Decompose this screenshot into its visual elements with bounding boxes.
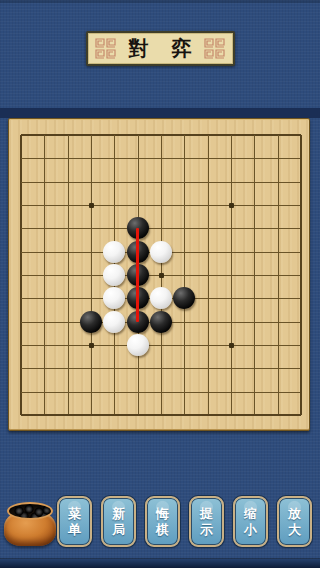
grid-line-vertical [231,135,232,415]
grid-line-horizontal [21,392,301,393]
grid-line-vertical [254,135,255,415]
star-point [89,203,94,208]
button-label-char: 新 [112,507,125,520]
star-point [89,343,94,348]
hint-button[interactable]: 提示 [189,496,224,547]
white-stone [150,241,172,263]
button-label-char: 局 [112,523,125,536]
grid-line-vertical [208,135,209,415]
button-label-char: 放 [288,507,301,520]
button-label-char: 菜 [68,507,81,520]
stone-bowl-icon [4,502,56,546]
stone-bowl-stones [7,502,53,520]
star-point [159,273,164,278]
black-stone [150,311,172,333]
white-stone [103,241,125,263]
white-stone [150,287,172,309]
star-point [229,343,234,348]
white-stone [103,311,125,333]
undo-button[interactable]: 悔棋 [145,496,180,547]
app-screen: 對 弈 菜单新局悔棋提示缩小放大 [0,0,320,568]
button-label-char: 大 [288,523,301,536]
grid-line-vertical [278,135,279,415]
title-plaque: 對 弈 [86,31,235,66]
button-label-char: 单 [68,523,81,536]
grid-line-horizontal [21,345,301,346]
zoom-out-button[interactable]: 缩小 [233,496,268,547]
top-edge-shading [0,0,320,3]
board-shadow-band [0,108,320,118]
meander-ornament-right [204,38,226,60]
button-label-char: 小 [244,523,257,536]
grid-line-horizontal [21,368,301,369]
grid-line-vertical [184,135,185,415]
new-game-button[interactable]: 新局 [101,496,136,547]
menu-button[interactable]: 菜单 [57,496,92,547]
button-label-char: 提 [200,507,213,520]
win-line [136,228,139,321]
button-label-char: 示 [200,523,213,536]
button-label-char: 悔 [156,507,169,520]
page-title: 對 弈 [117,33,204,64]
grid-line-horizontal [21,414,301,416]
zoom-in-button[interactable]: 放大 [277,496,312,547]
white-stone [103,264,125,286]
bottom-edge-shading [0,559,320,568]
grid-line-vertical [300,135,302,415]
white-stone [103,287,125,309]
toolbar: 菜单新局悔棋提示缩小放大 [57,496,312,547]
board-panel [8,118,310,431]
button-label-char: 棋 [156,523,169,536]
board-grid[interactable] [21,135,301,415]
button-label-char: 缩 [244,507,257,520]
black-stone [173,287,195,309]
black-stone [80,311,102,333]
meander-ornament-left [95,38,117,60]
star-point [229,203,234,208]
white-stone [127,334,149,356]
